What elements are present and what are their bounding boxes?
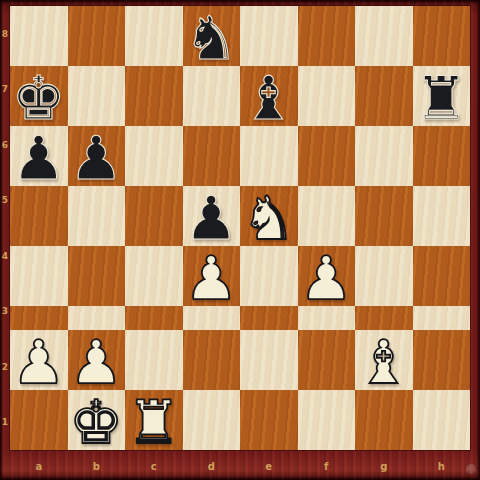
rank-label-7: 7 bbox=[0, 62, 10, 118]
square-g5[interactable] bbox=[355, 186, 413, 246]
square-b5[interactable] bbox=[68, 186, 126, 246]
square-d7[interactable] bbox=[183, 66, 241, 126]
square-d1[interactable] bbox=[183, 390, 241, 450]
square-c2[interactable] bbox=[125, 330, 183, 390]
square-g2[interactable]: ♝ bbox=[355, 330, 413, 390]
square-e1[interactable] bbox=[240, 390, 298, 450]
square-f2[interactable] bbox=[298, 330, 356, 390]
file-label-h: h bbox=[413, 450, 471, 480]
square-d6[interactable] bbox=[183, 126, 241, 186]
square-b8[interactable] bbox=[68, 6, 126, 66]
square-a6[interactable]: ♟ bbox=[10, 126, 68, 186]
square-a8[interactable] bbox=[10, 6, 68, 66]
square-c5[interactable] bbox=[125, 186, 183, 246]
square-b6[interactable]: ♟ bbox=[68, 126, 126, 186]
black-bishop-piece[interactable]: ♝ bbox=[242, 68, 296, 128]
rank-label-8: 8 bbox=[0, 6, 10, 62]
square-f5[interactable] bbox=[298, 186, 356, 246]
white-rook-piece[interactable]: ♜ bbox=[127, 392, 181, 452]
square-b2[interactable]: ♟ bbox=[68, 330, 126, 390]
black-king-piece[interactable]: ♚ bbox=[12, 68, 66, 128]
square-d4[interactable]: ♟ bbox=[183, 246, 241, 306]
square-c4[interactable] bbox=[125, 246, 183, 306]
white-knight-piece[interactable]: ♞ bbox=[242, 188, 296, 248]
chessboard-diagram: 87654321 abcdefgh ♞♚♝♜♟♟♟♞♟♟♟♟♝♚♜ bbox=[0, 0, 480, 480]
black-pawn-piece[interactable]: ♟ bbox=[69, 128, 123, 188]
square-h8[interactable] bbox=[413, 6, 471, 66]
square-c3[interactable] bbox=[125, 306, 183, 330]
white-pawn-piece[interactable]: ♟ bbox=[12, 332, 66, 392]
square-c1[interactable]: ♜ bbox=[125, 390, 183, 450]
rank-label-4: 4 bbox=[0, 228, 10, 284]
rank-label-3: 3 bbox=[0, 284, 10, 340]
watermark-dot bbox=[466, 464, 476, 474]
square-c6[interactable] bbox=[125, 126, 183, 186]
square-a7[interactable]: ♚ bbox=[10, 66, 68, 126]
square-g1[interactable] bbox=[355, 390, 413, 450]
square-f8[interactable] bbox=[298, 6, 356, 66]
square-f1[interactable] bbox=[298, 390, 356, 450]
square-d2[interactable] bbox=[183, 330, 241, 390]
white-pawn-piece[interactable]: ♟ bbox=[299, 248, 353, 308]
file-label-g: g bbox=[355, 450, 413, 480]
square-g8[interactable] bbox=[355, 6, 413, 66]
rank-label-5: 5 bbox=[0, 173, 10, 229]
square-f4[interactable]: ♟ bbox=[298, 246, 356, 306]
file-label-d: d bbox=[183, 450, 241, 480]
file-label-f: f bbox=[298, 450, 356, 480]
white-bishop-piece[interactable]: ♝ bbox=[357, 332, 411, 392]
file-label-e: e bbox=[240, 450, 298, 480]
square-g4[interactable] bbox=[355, 246, 413, 306]
square-g6[interactable] bbox=[355, 126, 413, 186]
square-a1[interactable] bbox=[10, 390, 68, 450]
square-h4[interactable] bbox=[413, 246, 471, 306]
square-e6[interactable] bbox=[240, 126, 298, 186]
white-pawn-piece[interactable]: ♟ bbox=[69, 332, 123, 392]
square-b4[interactable] bbox=[68, 246, 126, 306]
rank-label-6: 6 bbox=[0, 117, 10, 173]
chess-board: ♞♚♝♜♟♟♟♞♟♟♟♟♝♚♜ bbox=[10, 6, 470, 450]
square-d5[interactable]: ♟ bbox=[183, 186, 241, 246]
square-a5[interactable] bbox=[10, 186, 68, 246]
white-pawn-piece[interactable]: ♟ bbox=[184, 248, 238, 308]
square-a2[interactable]: ♟ bbox=[10, 330, 68, 390]
square-c7[interactable] bbox=[125, 66, 183, 126]
square-h7[interactable]: ♜ bbox=[413, 66, 471, 126]
square-h1[interactable] bbox=[413, 390, 471, 450]
square-g7[interactable] bbox=[355, 66, 413, 126]
rank-labels: 87654321 bbox=[0, 6, 10, 450]
square-f6[interactable] bbox=[298, 126, 356, 186]
white-king-piece[interactable]: ♚ bbox=[69, 392, 123, 452]
square-d3[interactable] bbox=[183, 306, 241, 330]
square-f7[interactable] bbox=[298, 66, 356, 126]
square-f3[interactable] bbox=[298, 306, 356, 330]
square-b1[interactable]: ♚ bbox=[68, 390, 126, 450]
black-pawn-piece[interactable]: ♟ bbox=[12, 128, 66, 188]
square-b7[interactable] bbox=[68, 66, 126, 126]
square-e3[interactable] bbox=[240, 306, 298, 330]
rank-label-2: 2 bbox=[0, 339, 10, 395]
square-e5[interactable]: ♞ bbox=[240, 186, 298, 246]
file-label-a: a bbox=[10, 450, 68, 480]
rank-label-1: 1 bbox=[0, 395, 10, 451]
black-pawn-piece[interactable]: ♟ bbox=[184, 188, 238, 248]
square-e4[interactable] bbox=[240, 246, 298, 306]
square-e2[interactable] bbox=[240, 330, 298, 390]
black-knight-piece[interactable]: ♞ bbox=[184, 8, 238, 68]
black-rook-piece[interactable]: ♜ bbox=[414, 68, 468, 128]
square-d8[interactable]: ♞ bbox=[183, 6, 241, 66]
square-c8[interactable] bbox=[125, 6, 183, 66]
square-e7[interactable]: ♝ bbox=[240, 66, 298, 126]
square-h2[interactable] bbox=[413, 330, 471, 390]
square-h5[interactable] bbox=[413, 186, 471, 246]
square-e8[interactable] bbox=[240, 6, 298, 66]
square-a4[interactable] bbox=[10, 246, 68, 306]
square-h6[interactable] bbox=[413, 126, 471, 186]
square-h3[interactable] bbox=[413, 306, 471, 330]
